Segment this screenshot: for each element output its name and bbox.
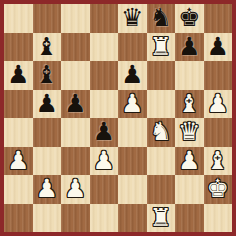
piece-black-pawn: ♟ <box>121 61 143 89</box>
square-d6[interactable] <box>90 61 119 90</box>
square-d5[interactable] <box>90 90 119 119</box>
piece-black-bishop: ♝ <box>36 61 58 89</box>
piece-white-knight: ♞ <box>150 118 172 146</box>
square-g3[interactable]: ♟ <box>175 147 204 176</box>
piece-white-rook: ♜ <box>150 204 172 232</box>
square-b8[interactable] <box>33 4 62 33</box>
square-d4[interactable]: ♟ <box>90 118 119 147</box>
piece-black-pawn: ♟ <box>64 90 86 118</box>
square-a4[interactable] <box>4 118 33 147</box>
square-g8[interactable]: ♚ <box>175 4 204 33</box>
square-b2[interactable]: ♟ <box>33 175 62 204</box>
square-a7[interactable] <box>4 33 33 62</box>
square-c3[interactable] <box>61 147 90 176</box>
piece-black-queen: ♛ <box>121 4 143 32</box>
square-g4[interactable]: ♛ <box>175 118 204 147</box>
square-b1[interactable] <box>33 204 62 233</box>
piece-white-pawn: ♟ <box>36 175 58 203</box>
square-h1[interactable] <box>204 204 233 233</box>
square-c8[interactable] <box>61 4 90 33</box>
square-a8[interactable] <box>4 4 33 33</box>
square-d7[interactable] <box>90 33 119 62</box>
board-frame: ♛♞♚♝♜♟♟♟♝♟♟♟♟♝♟♟♞♛♟♟♟♝♟♟♚♜ <box>0 0 236 236</box>
square-f1[interactable]: ♜ <box>147 204 176 233</box>
square-e2[interactable] <box>118 175 147 204</box>
square-c5[interactable]: ♟ <box>61 90 90 119</box>
piece-black-pawn: ♟ <box>7 61 29 89</box>
square-f6[interactable] <box>147 61 176 90</box>
square-e4[interactable] <box>118 118 147 147</box>
square-e5[interactable]: ♟ <box>118 90 147 119</box>
square-d1[interactable] <box>90 204 119 233</box>
square-c2[interactable]: ♟ <box>61 175 90 204</box>
square-a3[interactable]: ♟ <box>4 147 33 176</box>
piece-white-pawn: ♟ <box>93 147 115 175</box>
chess-board: ♛♞♚♝♜♟♟♟♝♟♟♟♟♝♟♟♞♛♟♟♟♝♟♟♚♜ <box>4 4 232 232</box>
square-e8[interactable]: ♛ <box>118 4 147 33</box>
square-e3[interactable] <box>118 147 147 176</box>
square-f4[interactable]: ♞ <box>147 118 176 147</box>
square-h5[interactable]: ♟ <box>204 90 233 119</box>
square-d2[interactable] <box>90 175 119 204</box>
piece-white-pawn: ♟ <box>207 90 229 118</box>
square-b6[interactable]: ♝ <box>33 61 62 90</box>
square-e6[interactable]: ♟ <box>118 61 147 90</box>
square-f8[interactable]: ♞ <box>147 4 176 33</box>
square-a2[interactable] <box>4 175 33 204</box>
piece-black-pawn: ♟ <box>178 33 200 61</box>
square-c1[interactable] <box>61 204 90 233</box>
square-b4[interactable] <box>33 118 62 147</box>
square-g1[interactable] <box>175 204 204 233</box>
piece-white-king: ♚ <box>207 175 229 203</box>
square-g2[interactable] <box>175 175 204 204</box>
piece-black-pawn: ♟ <box>36 90 58 118</box>
square-c6[interactable] <box>61 61 90 90</box>
square-f7[interactable]: ♜ <box>147 33 176 62</box>
piece-white-pawn: ♟ <box>7 147 29 175</box>
square-h7[interactable]: ♟ <box>204 33 233 62</box>
square-g6[interactable] <box>175 61 204 90</box>
square-h4[interactable] <box>204 118 233 147</box>
square-b3[interactable] <box>33 147 62 176</box>
piece-black-king: ♚ <box>178 4 200 32</box>
piece-black-knight: ♞ <box>150 4 172 32</box>
piece-white-pawn: ♟ <box>64 175 86 203</box>
square-b5[interactable]: ♟ <box>33 90 62 119</box>
square-a5[interactable] <box>4 90 33 119</box>
piece-black-pawn: ♟ <box>207 33 229 61</box>
square-g5[interactable]: ♝ <box>175 90 204 119</box>
piece-white-bishop: ♝ <box>207 147 229 175</box>
square-h6[interactable] <box>204 61 233 90</box>
square-g7[interactable]: ♟ <box>175 33 204 62</box>
piece-white-queen: ♛ <box>178 118 200 146</box>
square-c7[interactable] <box>61 33 90 62</box>
square-f5[interactable] <box>147 90 176 119</box>
square-b7[interactable]: ♝ <box>33 33 62 62</box>
piece-white-rook: ♜ <box>150 33 172 61</box>
piece-black-pawn: ♟ <box>93 118 115 146</box>
square-e1[interactable] <box>118 204 147 233</box>
piece-white-pawn: ♟ <box>178 147 200 175</box>
square-h2[interactable]: ♚ <box>204 175 233 204</box>
square-f2[interactable] <box>147 175 176 204</box>
square-c4[interactable] <box>61 118 90 147</box>
square-d8[interactable] <box>90 4 119 33</box>
square-e7[interactable] <box>118 33 147 62</box>
square-h3[interactable]: ♝ <box>204 147 233 176</box>
square-h8[interactable] <box>204 4 233 33</box>
square-a1[interactable] <box>4 204 33 233</box>
piece-black-bishop: ♝ <box>36 33 58 61</box>
piece-white-bishop: ♝ <box>178 90 200 118</box>
square-f3[interactable] <box>147 147 176 176</box>
square-a6[interactable]: ♟ <box>4 61 33 90</box>
piece-white-pawn: ♟ <box>121 90 143 118</box>
square-d3[interactable]: ♟ <box>90 147 119 176</box>
